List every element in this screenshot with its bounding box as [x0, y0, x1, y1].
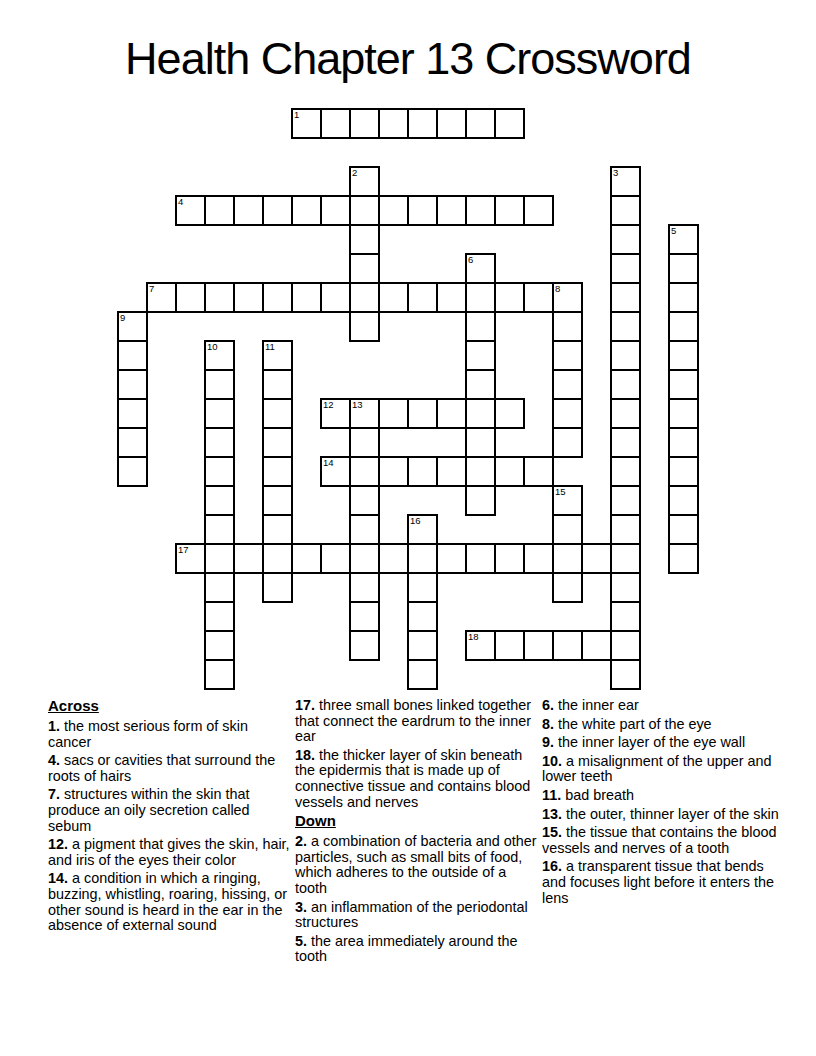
grid-cell-r11c19[interactable] — [669, 428, 698, 457]
clue-number-16: 16 — [410, 516, 421, 526]
grid-cell-r19c17[interactable] — [611, 660, 640, 689]
grid-cell-r6c2[interactable] — [176, 283, 205, 312]
grid-cell-r8c5[interactable]: 11 — [263, 341, 292, 370]
grid-cell-r0c7[interactable] — [321, 109, 350, 138]
grid-cell-r3c13[interactable] — [495, 196, 524, 225]
grid-cell-r12c13[interactable] — [495, 457, 524, 486]
grid-cell-r3c17[interactable] — [611, 196, 640, 225]
clue-number-11: 11 — [265, 342, 275, 352]
grid-cell-r0c9[interactable] — [379, 109, 408, 138]
clue-number-4: 4 — [178, 197, 183, 207]
grid-cell-r16c5[interactable] — [263, 573, 292, 602]
grid-cell-r14c17[interactable] — [611, 515, 640, 544]
clue-column-2: 17. three small bones linked together th… — [295, 698, 537, 968]
grid-cell-r3c6[interactable] — [292, 196, 321, 225]
clue-column-1: Across 1. the most serious form of skin … — [48, 698, 290, 968]
grid-cell-r19c3[interactable] — [205, 660, 234, 689]
grid-cell-r15c15[interactable] — [553, 544, 582, 573]
grid-cell-r16c10[interactable] — [408, 573, 437, 602]
grid-cell-r13c8[interactable] — [350, 486, 379, 515]
clue-17: 17. three small bones linked together th… — [295, 698, 537, 745]
grid-cell-r5c8[interactable] — [350, 254, 379, 283]
grid-cell-r6c15[interactable]: 8 — [553, 283, 582, 312]
grid-cell-r12c5[interactable] — [263, 457, 292, 486]
grid-cell-r13c3[interactable] — [205, 486, 234, 515]
grid-cell-r10c7[interactable]: 12 — [321, 399, 350, 428]
clue-4: 4. sacs or cavities that surround the ro… — [48, 753, 290, 784]
grid-cell-r3c8[interactable] — [350, 196, 379, 225]
clue-18: 18. the thicker layer of skin beneath th… — [295, 748, 537, 810]
clue-6: 6. the inner ear — [542, 698, 784, 714]
grid-cell-r6c17[interactable] — [611, 283, 640, 312]
clue-9: 9. the inner layer of the eye wall — [542, 735, 784, 751]
clue-number-label: 2. — [295, 833, 307, 849]
grid-cell-r3c2[interactable]: 4 — [176, 196, 205, 225]
clue-10: 10. a misalignment of the upper and lowe… — [542, 754, 784, 785]
clue-number-label: 18. — [295, 747, 315, 763]
clue-number-label: 5. — [295, 933, 307, 949]
grid-cell-r8c15[interactable] — [553, 341, 582, 370]
grid-cell-r19c10[interactable] — [408, 660, 437, 689]
grid-cell-r3c7[interactable] — [321, 196, 350, 225]
grid-cell-r15c10[interactable] — [408, 544, 437, 573]
grid-cell-r3c14[interactable] — [524, 196, 553, 225]
grid-cell-r6c9[interactable] — [379, 283, 408, 312]
grid-cell-r3c10[interactable] — [408, 196, 437, 225]
grid-cell-r14c15[interactable] — [553, 515, 582, 544]
clue-column-3: 6. the inner ear8. the white part of the… — [542, 698, 784, 968]
grid-cell-r16c17[interactable] — [611, 573, 640, 602]
grid-cell-r3c4[interactable] — [234, 196, 263, 225]
grid-cell-r6c3[interactable] — [205, 283, 234, 312]
grid-cell-r9c17[interactable] — [611, 370, 640, 399]
grid-cell-r9c12[interactable] — [466, 370, 495, 399]
clues-section: Across 1. the most serious form of skin … — [48, 698, 784, 968]
grid-cell-r13c17[interactable] — [611, 486, 640, 515]
grid-cell-r18c15[interactable] — [553, 631, 582, 660]
grid-cell-r8c12[interactable] — [466, 341, 495, 370]
grid-cell-r18c12[interactable]: 18 — [466, 631, 495, 660]
grid-cell-r14c3[interactable] — [205, 515, 234, 544]
grid-cell-r5c12[interactable]: 6 — [466, 254, 495, 283]
grid-cell-r18c14[interactable] — [524, 631, 553, 660]
clue-number-1: 1 — [294, 110, 299, 120]
grid-cell-r12c19[interactable] — [669, 457, 698, 486]
grid-cell-r10c12[interactable] — [466, 399, 495, 428]
grid-cell-r11c0[interactable] — [118, 428, 147, 457]
clue-number-label: 4. — [48, 752, 60, 768]
grid-cell-r9c15[interactable] — [553, 370, 582, 399]
grid-cell-r8c19[interactable] — [669, 341, 698, 370]
clue-5: 5. the area immediately around the tooth — [295, 934, 537, 965]
grid-cell-r15c5[interactable] — [263, 544, 292, 573]
clue-number-label: 17. — [295, 697, 315, 713]
grid-cell-r12c0[interactable] — [118, 457, 147, 486]
clue-number-label: 16. — [542, 858, 562, 874]
grid-cell-r15c9[interactable] — [379, 544, 408, 573]
grid-cell-r17c3[interactable] — [205, 602, 234, 631]
grid-cell-r6c7[interactable] — [321, 283, 350, 312]
grid-cell-r8c0[interactable] — [118, 341, 147, 370]
grid-cell-r6c6[interactable] — [292, 283, 321, 312]
grid-cell-r15c3[interactable] — [205, 544, 234, 573]
clue-7: 7. structures within the skin that produ… — [48, 787, 290, 834]
grid-cell-r14c19[interactable] — [669, 515, 698, 544]
grid-cell-r16c15[interactable] — [553, 573, 582, 602]
grid-cell-r10c9[interactable] — [379, 399, 408, 428]
clue-number-label: 3. — [295, 899, 307, 915]
clue-15: 15. the tissue that contains the blood v… — [542, 825, 784, 856]
grid-cell-r12c17[interactable] — [611, 457, 640, 486]
clue-2: 2. a combination of bacteria and other p… — [295, 834, 537, 896]
grid-cell-r12c11[interactable] — [437, 457, 466, 486]
down-clues-part1: 2. a combination of bacteria and other p… — [295, 834, 537, 965]
grid-cell-r11c15[interactable] — [553, 428, 582, 457]
grid-cell-r10c8[interactable]: 13 — [350, 399, 379, 428]
clue-number-label: 13. — [542, 806, 562, 822]
grid-cell-r13c19[interactable] — [669, 486, 698, 515]
grid-cell-r10c15[interactable] — [553, 399, 582, 428]
grid-cell-r7c12[interactable] — [466, 312, 495, 341]
clue-12: 12. a pigment that gives the skin, hair,… — [48, 837, 290, 868]
grid-cell-r3c11[interactable] — [437, 196, 466, 225]
grid-cell-r11c12[interactable] — [466, 428, 495, 457]
grid-cell-r15c2[interactable]: 17 — [176, 544, 205, 573]
grid-cell-r11c3[interactable] — [205, 428, 234, 457]
grid-cell-r4c17[interactable] — [611, 225, 640, 254]
grid-cell-r2c17[interactable]: 3 — [611, 167, 640, 196]
grid-cell-r15c6[interactable] — [292, 544, 321, 573]
grid-cell-r10c17[interactable] — [611, 399, 640, 428]
grid-cell-r0c10[interactable] — [408, 109, 437, 138]
grid-cell-r17c17[interactable] — [611, 602, 640, 631]
grid-cell-r0c12[interactable] — [466, 109, 495, 138]
grid-cell-r14c10[interactable]: 16 — [408, 515, 437, 544]
grid-cell-r5c19[interactable] — [669, 254, 698, 283]
grid-cell-r4c19[interactable]: 5 — [669, 225, 698, 254]
clue-number-label: 14. — [48, 870, 68, 886]
grid-cell-r3c3[interactable] — [205, 196, 234, 225]
grid-cell-r16c3[interactable] — [205, 573, 234, 602]
grid-cell-r18c13[interactable] — [495, 631, 524, 660]
grid-cell-r7c8[interactable] — [350, 312, 379, 341]
across-clues-part1: 1. the most serious form of skin cancer4… — [48, 719, 290, 934]
grid-cell-r3c5[interactable] — [263, 196, 292, 225]
grid-cell-r6c12[interactable] — [466, 283, 495, 312]
clue-number-6: 6 — [468, 255, 473, 265]
grid-cell-r6c19[interactable] — [669, 283, 698, 312]
grid-cell-r11c8[interactable] — [350, 428, 379, 457]
grid-cell-r0c8[interactable] — [350, 109, 379, 138]
grid-cell-r15c13[interactable] — [495, 544, 524, 573]
grid-cell-r14c5[interactable] — [263, 515, 292, 544]
grid-cell-r17c10[interactable] — [408, 602, 437, 631]
grid-cell-r3c9[interactable] — [379, 196, 408, 225]
grid-cell-r15c14[interactable] — [524, 544, 553, 573]
grid-cell-r5c17[interactable] — [611, 254, 640, 283]
grid-cell-r7c17[interactable] — [611, 312, 640, 341]
clue-number-label: 12. — [48, 836, 68, 852]
clue-number-label: 7. — [48, 786, 60, 802]
grid-cell-r15c8[interactable] — [350, 544, 379, 573]
grid-cell-r10c10[interactable] — [408, 399, 437, 428]
clue-number-2: 2 — [352, 168, 357, 178]
grid-cell-r9c0[interactable] — [118, 370, 147, 399]
grid-cell-r6c1[interactable]: 7 — [147, 283, 176, 312]
grid-cell-r13c12[interactable] — [466, 486, 495, 515]
across-heading: Across — [48, 698, 290, 714]
grid-cell-r15c7[interactable] — [321, 544, 350, 573]
clue-number-12: 12 — [323, 400, 334, 410]
grid-cell-r10c11[interactable] — [437, 399, 466, 428]
down-clues-part2: 6. the inner ear8. the white part of the… — [542, 698, 784, 906]
grid-cell-r2c8[interactable]: 2 — [350, 167, 379, 196]
grid-cell-r7c19[interactable] — [669, 312, 698, 341]
clue-number-15: 15 — [555, 487, 566, 497]
grid-cell-r12c9[interactable] — [379, 457, 408, 486]
grid-cell-r10c13[interactable] — [495, 399, 524, 428]
page-title: Health Chapter 13 Crossword — [0, 33, 816, 85]
grid-cell-r15c16[interactable] — [582, 544, 611, 573]
clue-number-18: 18 — [468, 632, 479, 642]
clue-number-8: 8 — [555, 284, 560, 294]
grid-cell-r16c8[interactable] — [350, 573, 379, 602]
grid-cell-r6c4[interactable] — [234, 283, 263, 312]
grid-cell-r18c16[interactable] — [582, 631, 611, 660]
grid-cell-r3c12[interactable] — [466, 196, 495, 225]
grid-cell-r14c8[interactable] — [350, 515, 379, 544]
grid-cell-r10c5[interactable] — [263, 399, 292, 428]
grid-cell-r0c11[interactable] — [437, 109, 466, 138]
grid-cell-r13c15[interactable]: 15 — [553, 486, 582, 515]
grid-cell-r12c10[interactable] — [408, 457, 437, 486]
grid-cell-r6c13[interactable] — [495, 283, 524, 312]
clue-number-label: 8. — [542, 716, 554, 732]
clue-number-5: 5 — [671, 226, 676, 236]
grid-cell-r15c17[interactable] — [611, 544, 640, 573]
grid-cell-r10c3[interactable] — [205, 399, 234, 428]
clue-14: 14. a condition in which a ringing, buzz… — [48, 871, 290, 933]
grid-cell-r6c10[interactable] — [408, 283, 437, 312]
clue-11: 11. bad breath — [542, 788, 784, 804]
grid-cell-r12c7[interactable]: 14 — [321, 457, 350, 486]
grid-cell-r18c3[interactable] — [205, 631, 234, 660]
across-clues-part2: 17. three small bones linked together th… — [295, 698, 537, 810]
clue-number-label: 15. — [542, 824, 562, 840]
grid-cell-r18c17[interactable] — [611, 631, 640, 660]
grid-cell-r7c0[interactable]: 9 — [118, 312, 147, 341]
grid-cell-r9c19[interactable] — [669, 370, 698, 399]
grid-cell-r0c6[interactable]: 1 — [292, 109, 321, 138]
clue-3: 3. an inflammation of the periodontal st… — [295, 900, 537, 931]
grid-cell-r15c19[interactable] — [669, 544, 698, 573]
crossword-grid: 123456789101112131415161718 — [118, 109, 698, 689]
down-heading: Down — [295, 813, 537, 829]
clue-number-label: 10. — [542, 753, 562, 769]
grid-cell-r10c19[interactable] — [669, 399, 698, 428]
grid-cell-r9c5[interactable] — [263, 370, 292, 399]
grid-cell-r0c13[interactable] — [495, 109, 524, 138]
clue-13: 13. the outer, thinner layer of the skin — [542, 807, 784, 823]
grid-cell-r12c8[interactable] — [350, 457, 379, 486]
grid-cell-r8c17[interactable] — [611, 341, 640, 370]
grid-cell-r6c11[interactable] — [437, 283, 466, 312]
grid-cell-r6c8[interactable] — [350, 283, 379, 312]
clue-8: 8. the white part of the eye — [542, 717, 784, 733]
clue-number-9: 9 — [120, 313, 125, 323]
clue-16: 16. a transparent tissue that bends and … — [542, 859, 784, 906]
clue-number-10: 10 — [207, 342, 218, 352]
clue-number-label: 6. — [542, 697, 554, 713]
grid-cell-r4c8[interactable] — [350, 225, 379, 254]
grid-cell-r12c12[interactable] — [466, 457, 495, 486]
grid-cell-r13c5[interactable] — [263, 486, 292, 515]
grid-cell-r9c3[interactable] — [205, 370, 234, 399]
clue-number-17: 17 — [178, 545, 189, 555]
clue-1: 1. the most serious form of skin cancer — [48, 719, 290, 750]
clue-number-label: 1. — [48, 718, 60, 734]
grid-cell-r7c15[interactable] — [553, 312, 582, 341]
clue-number-label: 11. — [542, 787, 561, 803]
clue-number-14: 14 — [323, 458, 334, 468]
grid-cell-r10c0[interactable] — [118, 399, 147, 428]
clue-number-label: 9. — [542, 734, 554, 750]
grid-cell-r15c4[interactable] — [234, 544, 263, 573]
grid-cell-r11c17[interactable] — [611, 428, 640, 457]
grid-cell-r18c10[interactable] — [408, 631, 437, 660]
clue-number-7: 7 — [149, 284, 154, 294]
grid-cell-r17c8[interactable] — [350, 602, 379, 631]
grid-cell-r6c5[interactable] — [263, 283, 292, 312]
clue-number-3: 3 — [613, 168, 618, 178]
grid-cell-r11c5[interactable] — [263, 428, 292, 457]
grid-cell-r6c14[interactable] — [524, 283, 553, 312]
grid-cell-r8c3[interactable]: 10 — [205, 341, 234, 370]
grid-cell-r15c11[interactable] — [437, 544, 466, 573]
grid-cell-r12c14[interactable] — [524, 457, 553, 486]
grid-cell-r18c8[interactable] — [350, 631, 379, 660]
grid-cell-r15c12[interactable] — [466, 544, 495, 573]
clue-number-13: 13 — [352, 400, 363, 410]
grid-cell-r12c3[interactable] — [205, 457, 234, 486]
